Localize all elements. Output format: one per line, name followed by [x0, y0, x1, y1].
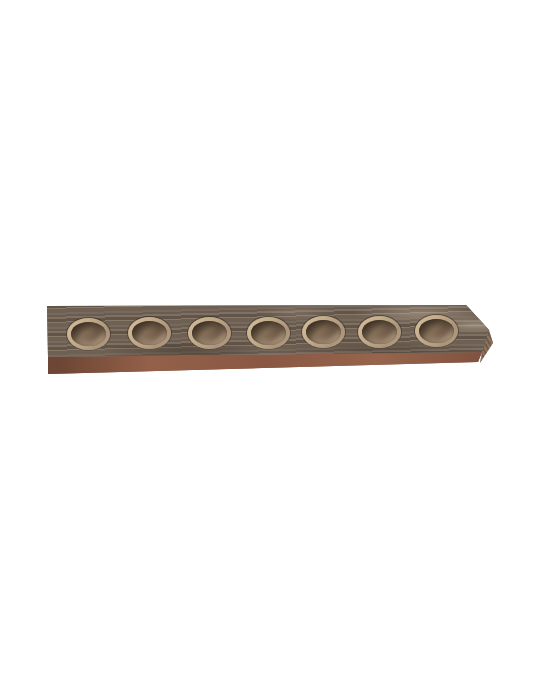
mancala-board — [47, 299, 507, 379]
pit-1[interactable] — [67, 318, 110, 350]
pit-cavity — [251, 321, 286, 345]
pit-cavity — [132, 321, 167, 345]
pit-7[interactable] — [415, 315, 458, 347]
pit-cavity — [419, 319, 454, 343]
pit-2[interactable] — [128, 317, 171, 349]
pit-6[interactable] — [358, 316, 401, 348]
pit-cavity — [362, 320, 397, 344]
pit-4[interactable] — [247, 317, 290, 349]
pit-cavity — [192, 321, 227, 345]
pit-3[interactable] — [188, 317, 231, 349]
pit-cavity — [71, 322, 106, 346]
pit-5[interactable] — [302, 316, 345, 348]
pit-cavity — [306, 320, 341, 344]
product-photo-white-background — [0, 0, 533, 685]
